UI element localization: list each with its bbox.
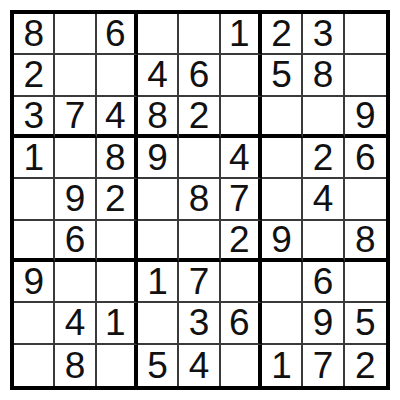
cell-r6c4[interactable] xyxy=(138,221,179,262)
cell-r1c1[interactable]: 8 xyxy=(14,14,55,55)
cell-r8c1[interactable] xyxy=(14,303,55,344)
cell-r7c9[interactable] xyxy=(345,262,386,303)
cell-r3c5[interactable]: 2 xyxy=(179,97,220,138)
cell-r6c8[interactable] xyxy=(303,221,344,262)
cell-r3c3[interactable]: 4 xyxy=(97,97,138,138)
cell-r1c8[interactable]: 3 xyxy=(303,14,344,55)
cell-r4c2[interactable] xyxy=(55,138,96,179)
cell-r2c5[interactable]: 6 xyxy=(179,55,220,96)
cell-r9c2[interactable]: 8 xyxy=(55,345,96,386)
cell-r9c4[interactable]: 5 xyxy=(138,345,179,386)
cell-r7c3[interactable] xyxy=(97,262,138,303)
cell-r5c8[interactable]: 4 xyxy=(303,179,344,220)
cell-r3c6[interactable] xyxy=(221,97,262,138)
cell-r4c1[interactable]: 1 xyxy=(14,138,55,179)
cell-r4c3[interactable]: 8 xyxy=(97,138,138,179)
cell-r5c6[interactable]: 7 xyxy=(221,179,262,220)
cell-r6c5[interactable] xyxy=(179,221,220,262)
cell-r1c7[interactable]: 2 xyxy=(262,14,303,55)
cell-r4c4[interactable]: 9 xyxy=(138,138,179,179)
cell-r3c8[interactable] xyxy=(303,97,344,138)
cell-r6c9[interactable]: 8 xyxy=(345,221,386,262)
cell-r2c3[interactable] xyxy=(97,55,138,96)
cell-r5c7[interactable] xyxy=(262,179,303,220)
cell-r9c9[interactable]: 2 xyxy=(345,345,386,386)
cell-r3c2[interactable]: 7 xyxy=(55,97,96,138)
cell-r4c6[interactable]: 4 xyxy=(221,138,262,179)
cell-r3c4[interactable]: 8 xyxy=(138,97,179,138)
cell-r8c6[interactable]: 6 xyxy=(221,303,262,344)
cell-r1c9[interactable] xyxy=(345,14,386,55)
cell-r9c7[interactable]: 1 xyxy=(262,345,303,386)
cell-r8c2[interactable]: 4 xyxy=(55,303,96,344)
cell-r5c5[interactable]: 8 xyxy=(179,179,220,220)
cell-r9c6[interactable] xyxy=(221,345,262,386)
sudoku-board: 8612324658374829189426928746298917641369… xyxy=(10,10,390,390)
cell-r2c9[interactable] xyxy=(345,55,386,96)
cell-r5c9[interactable] xyxy=(345,179,386,220)
cell-r2c2[interactable] xyxy=(55,55,96,96)
cell-r5c1[interactable] xyxy=(14,179,55,220)
cell-r8c7[interactable] xyxy=(262,303,303,344)
cell-r6c1[interactable] xyxy=(14,221,55,262)
cell-r1c5[interactable] xyxy=(179,14,220,55)
cell-r8c8[interactable]: 9 xyxy=(303,303,344,344)
cell-r7c8[interactable]: 6 xyxy=(303,262,344,303)
cell-r7c1[interactable]: 9 xyxy=(14,262,55,303)
sudoku-page: 8612324658374829189426928746298917641369… xyxy=(0,0,400,400)
cell-r3c1[interactable]: 3 xyxy=(14,97,55,138)
cell-r7c5[interactable]: 7 xyxy=(179,262,220,303)
cell-r7c2[interactable] xyxy=(55,262,96,303)
cell-r1c6[interactable]: 1 xyxy=(221,14,262,55)
cell-r8c4[interactable] xyxy=(138,303,179,344)
cell-r5c3[interactable]: 2 xyxy=(97,179,138,220)
cell-r7c6[interactable] xyxy=(221,262,262,303)
cell-r8c9[interactable]: 5 xyxy=(345,303,386,344)
cell-r4c7[interactable] xyxy=(262,138,303,179)
cell-r9c1[interactable] xyxy=(14,345,55,386)
cell-r7c4[interactable]: 1 xyxy=(138,262,179,303)
cell-r5c4[interactable] xyxy=(138,179,179,220)
cell-r5c2[interactable]: 9 xyxy=(55,179,96,220)
cell-r3c7[interactable] xyxy=(262,97,303,138)
cell-r1c3[interactable]: 6 xyxy=(97,14,138,55)
cell-r2c6[interactable] xyxy=(221,55,262,96)
cell-r4c8[interactable]: 2 xyxy=(303,138,344,179)
cell-r2c4[interactable]: 4 xyxy=(138,55,179,96)
cell-r1c2[interactable] xyxy=(55,14,96,55)
cell-r8c5[interactable]: 3 xyxy=(179,303,220,344)
cell-r9c3[interactable] xyxy=(97,345,138,386)
cell-r4c5[interactable] xyxy=(179,138,220,179)
cell-r4c9[interactable]: 6 xyxy=(345,138,386,179)
cell-r6c2[interactable]: 6 xyxy=(55,221,96,262)
cell-r6c7[interactable]: 9 xyxy=(262,221,303,262)
cell-r3c9[interactable]: 9 xyxy=(345,97,386,138)
cell-r6c3[interactable] xyxy=(97,221,138,262)
cell-r7c7[interactable] xyxy=(262,262,303,303)
cell-r9c5[interactable]: 4 xyxy=(179,345,220,386)
cell-r9c8[interactable]: 7 xyxy=(303,345,344,386)
cell-r6c6[interactable]: 2 xyxy=(221,221,262,262)
cell-r2c7[interactable]: 5 xyxy=(262,55,303,96)
cell-r2c1[interactable]: 2 xyxy=(14,55,55,96)
cell-r1c4[interactable] xyxy=(138,14,179,55)
cell-r8c3[interactable]: 1 xyxy=(97,303,138,344)
cell-r2c8[interactable]: 8 xyxy=(303,55,344,96)
